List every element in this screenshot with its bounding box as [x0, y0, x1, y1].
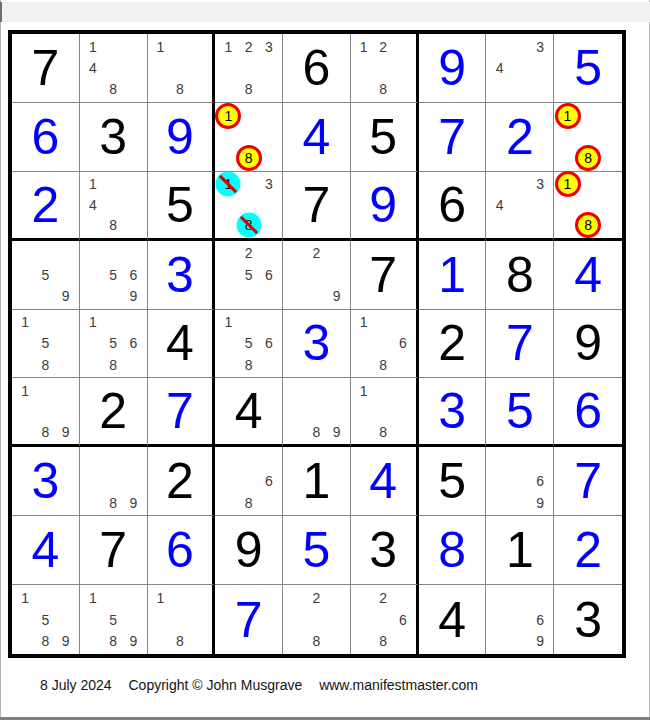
candidate-1-eliminated: 1 [225, 177, 233, 191]
cell-r9c6[interactable]: 268 [351, 585, 419, 654]
candidate-6: 6 [536, 474, 544, 488]
candidate-slot-3 [123, 449, 143, 470]
solved-digit: 7 [506, 318, 534, 368]
candidate-8-highlighted: 8 [245, 151, 253, 165]
footer-date: 8 July 2024 [40, 677, 112, 693]
candidate-slot-7 [83, 630, 103, 652]
candidate-slot-5 [239, 471, 259, 492]
candidate-slot-7 [15, 354, 35, 375]
candidate-slot-3 [56, 243, 76, 264]
candidate-slot-3 [123, 174, 143, 195]
candidate-slot-8: 8 [239, 79, 259, 100]
solved-digit: 6 [31, 112, 59, 162]
candidate-slot-1 [218, 243, 238, 264]
cell-r6c3[interactable]: 7 [148, 378, 216, 447]
candidate-slot-4 [218, 333, 238, 354]
candidate-slot-3 [393, 380, 413, 401]
candidate-slot-3 [327, 243, 347, 264]
candidate-slot-2 [510, 174, 530, 195]
candidate-slot-2 [373, 380, 393, 401]
candidate-8: 8 [41, 425, 49, 439]
cell-r4c7[interactable]: 1 [419, 241, 487, 310]
cell-r2c6[interactable]: 5 [351, 103, 419, 172]
candidate-slot-8: 8 [103, 215, 123, 236]
candidate-5: 5 [109, 336, 117, 350]
cell-r3c7[interactable]: 6 [419, 172, 487, 241]
candidate-slot-3 [393, 312, 413, 333]
solved-digit: 7 [235, 595, 263, 645]
given-digit: 9 [574, 318, 602, 368]
candidate-slot-9 [327, 630, 347, 652]
cell-r9c8[interactable]: 69 [486, 585, 554, 654]
candidate-slot-7 [489, 492, 509, 513]
candidate-slot-2 [35, 587, 55, 609]
cell-r3c5[interactable]: 7 [283, 172, 351, 241]
candidate-1-highlighted: 1 [564, 177, 572, 191]
candidate-slot-9: 9 [123, 285, 143, 306]
cell-r1c4[interactable]: 1238 [215, 34, 283, 103]
candidate-slot-6: 6 [259, 264, 279, 285]
cell-r8c3[interactable]: 6 [148, 516, 216, 585]
cell-r7c3[interactable]: 2 [148, 447, 216, 516]
candidate-slot-7 [83, 215, 103, 236]
candidate-slot-5 [373, 609, 393, 631]
cell-r3c1[interactable]: 2 [12, 172, 80, 241]
cell-r6c9[interactable]: 6 [554, 378, 622, 447]
candidate-slot-9 [393, 422, 413, 443]
cell-r2c1[interactable]: 6 [12, 103, 80, 172]
candidate-slot-9 [259, 79, 279, 100]
cell-r6c8[interactable]: 5 [486, 378, 554, 447]
solved-digit: 7 [438, 112, 466, 162]
cell-r5c5[interactable]: 3 [283, 310, 351, 379]
cell-r7c5[interactable]: 1 [283, 447, 351, 516]
candidate-slot-6 [530, 57, 550, 78]
candidate-slot-1: 1 [83, 36, 103, 57]
candidate-5: 5 [109, 268, 117, 282]
candidate-slot-6 [393, 57, 413, 78]
footer: 8 July 2024 Copyright © John Musgrave ww… [40, 677, 491, 693]
candidate-grid: 138 [218, 174, 279, 236]
candidate-slot-8: 8 [578, 215, 599, 236]
cell-r6c6[interactable]: 18 [351, 378, 419, 447]
solved-digit: 4 [303, 112, 331, 162]
given-digit: 5 [438, 456, 466, 506]
cell-r2c7[interactable]: 7 [419, 103, 487, 172]
candidate-slot-5 [103, 471, 123, 492]
candidate-slot-9 [259, 215, 279, 236]
cell-r1c7[interactable]: 9 [419, 34, 487, 103]
cell-r7c4[interactable]: 68 [215, 447, 283, 516]
candidate-slot-2 [239, 312, 259, 333]
candidate-slot-4 [354, 609, 374, 631]
cell-r1c9[interactable]: 5 [554, 34, 622, 103]
cell-r2c8[interactable]: 2 [486, 103, 554, 172]
candidate-slot-7 [354, 630, 374, 652]
candidate-slot-5 [373, 57, 393, 78]
candidate-slot-7 [286, 630, 306, 652]
candidate-slot-5 [510, 57, 530, 78]
candidate-1: 1 [156, 40, 164, 54]
candidate-slot-3 [190, 587, 210, 609]
candidate-slot-9 [259, 285, 279, 306]
cell-r8c2[interactable]: 7 [80, 516, 148, 585]
cell-r9c2[interactable]: 1589 [80, 585, 148, 654]
candidate-slot-5 [35, 401, 55, 422]
candidate-grid: 89 [286, 380, 347, 442]
candidate-slot-2: 2 [306, 243, 326, 264]
candidate-6: 6 [130, 336, 138, 350]
given-digit: 7 [369, 250, 397, 300]
candidate-slot-8: 8 [239, 147, 259, 168]
candidate-slot-1 [286, 380, 306, 401]
solved-digit: 4 [369, 456, 397, 506]
footer-url: www.manifestmaster.com [319, 677, 478, 693]
candidate-9: 9 [130, 496, 138, 510]
candidate-slot-3: 3 [530, 174, 550, 195]
candidate-slot-8: 8 [170, 630, 190, 652]
candidate-slot-2 [103, 243, 123, 264]
given-digit: 7 [303, 180, 331, 230]
solved-digit: 1 [438, 250, 466, 300]
candidate-5: 5 [245, 268, 253, 282]
cell-r7c6[interactable]: 4 [351, 447, 419, 516]
candidate-slot-2 [103, 587, 123, 609]
candidate-slot-8: 8 [35, 422, 55, 443]
candidate-5: 5 [41, 336, 49, 350]
candidate-9: 9 [130, 289, 138, 303]
candidate-4: 4 [89, 61, 97, 75]
cell-r4c8[interactable]: 8 [486, 241, 554, 310]
cell-r3c9[interactable]: 18 [554, 172, 622, 241]
window-top-bar-left-edge [0, 2, 2, 22]
candidate-slot-4 [83, 264, 103, 285]
candidate-slot-5 [103, 57, 123, 78]
cell-r3c6[interactable]: 9 [351, 172, 419, 241]
candidate-slot-8: 8 [373, 422, 393, 443]
cell-r5c8[interactable]: 7 [486, 310, 554, 379]
cell-r2c5[interactable]: 4 [283, 103, 351, 172]
candidate-5: 5 [41, 268, 49, 282]
cell-r1c1[interactable]: 7 [12, 34, 80, 103]
candidate-slot-9 [393, 354, 413, 375]
solved-digit: 9 [166, 112, 194, 162]
candidate-slot-1 [15, 243, 35, 264]
candidate-1-highlighted: 1 [225, 109, 233, 123]
candidate-grid: 256 [218, 243, 279, 307]
candidate-slot-3 [327, 587, 347, 609]
cell-r9c4[interactable]: 7 [215, 585, 283, 654]
cell-r5c9[interactable]: 9 [554, 310, 622, 379]
candidate-slot-1 [489, 587, 509, 609]
given-digit: 4 [235, 386, 263, 436]
candidate-slot-3 [327, 380, 347, 401]
candidate-slot-6: 6 [123, 264, 143, 285]
candidate-slot-6: 6 [530, 609, 550, 631]
candidate-slot-3 [259, 312, 279, 333]
candidate-slot-6 [259, 57, 279, 78]
candidate-slot-5 [510, 609, 530, 631]
cell-r3c4[interactable]: 138 [215, 172, 283, 241]
cell-r4c6[interactable]: 7 [351, 241, 419, 310]
candidate-slot-3 [598, 174, 619, 195]
candidate-5: 5 [245, 336, 253, 350]
candidate-slot-2 [578, 174, 599, 195]
candidate-slot-6 [56, 401, 76, 422]
candidate-slot-7 [218, 354, 238, 375]
candidate-slot-7 [151, 630, 171, 652]
candidate-slot-8: 8 [239, 492, 259, 513]
candidate-slot-3 [123, 587, 143, 609]
candidate-slot-7 [354, 422, 374, 443]
candidate-slot-6 [123, 609, 143, 631]
cell-r8c1[interactable]: 4 [12, 516, 80, 585]
candidate-8: 8 [109, 358, 117, 372]
candidate-slot-4 [83, 609, 103, 631]
cell-r9c3[interactable]: 18 [148, 585, 216, 654]
candidate-slot-1: 1 [151, 587, 171, 609]
candidate-grid: 18 [557, 174, 619, 236]
candidate-slot-5 [373, 333, 393, 354]
cell-r4c2[interactable]: 569 [80, 241, 148, 310]
candidate-slot-6 [327, 264, 347, 285]
given-digit: 3 [574, 595, 602, 645]
given-digit: 4 [438, 595, 466, 645]
cell-r8c4[interactable]: 9 [215, 516, 283, 585]
candidate-1: 1 [360, 315, 368, 329]
candidate-slot-5: 5 [103, 609, 123, 631]
cell-r1c6[interactable]: 128 [351, 34, 419, 103]
given-digit: 5 [166, 180, 194, 230]
cell-r4c4[interactable]: 256 [215, 241, 283, 310]
candidate-slot-7 [218, 492, 238, 513]
candidate-slot-9: 9 [530, 630, 550, 652]
candidate-slot-5: 5 [35, 333, 55, 354]
cell-r8c9[interactable]: 2 [554, 516, 622, 585]
candidate-slot-2 [103, 36, 123, 57]
candidate-grid: 189 [15, 380, 76, 442]
candidate-8: 8 [379, 425, 387, 439]
cell-r3c8[interactable]: 34 [486, 172, 554, 241]
candidate-slot-9: 9 [56, 285, 76, 306]
cell-r4c3[interactable]: 3 [148, 241, 216, 310]
cell-r5c2[interactable]: 1568 [80, 310, 148, 379]
candidate-slot-1: 1 [218, 105, 238, 126]
cell-r6c1[interactable]: 189 [12, 378, 80, 447]
candidate-6: 6 [536, 613, 544, 627]
candidate-slot-7 [151, 79, 171, 100]
cell-r4c5[interactable]: 29 [283, 241, 351, 310]
cell-r7c8[interactable]: 69 [486, 447, 554, 516]
candidate-slot-2 [239, 174, 259, 195]
candidate-slot-6 [327, 609, 347, 631]
window-top-bar [0, 2, 650, 22]
given-digit: 1 [303, 456, 331, 506]
candidate-8: 8 [379, 82, 387, 96]
solved-digit: 4 [574, 250, 602, 300]
cell-r6c4[interactable]: 4 [215, 378, 283, 447]
cell-r5c1[interactable]: 158 [12, 310, 80, 379]
cell-r9c9[interactable]: 3 [554, 585, 622, 654]
cell-r5c6[interactable]: 168 [351, 310, 419, 379]
candidate-8: 8 [41, 634, 49, 648]
candidate-5: 5 [41, 613, 49, 627]
candidate-grid: 1589 [15, 587, 76, 652]
candidate-8: 8 [41, 358, 49, 372]
candidate-slot-6 [56, 333, 76, 354]
cell-r7c7[interactable]: 5 [419, 447, 487, 516]
candidate-slot-6 [598, 194, 619, 215]
cell-r6c5[interactable]: 89 [283, 378, 351, 447]
cell-r1c2[interactable]: 148 [80, 34, 148, 103]
candidate-8: 8 [245, 82, 253, 96]
cell-r6c2[interactable]: 2 [80, 378, 148, 447]
solved-digit: 9 [369, 180, 397, 230]
candidate-slot-9 [56, 354, 76, 375]
candidate-grid: 34 [489, 36, 550, 100]
candidate-slot-4 [557, 194, 578, 215]
cell-r4c9[interactable]: 4 [554, 241, 622, 310]
cell-r3c3[interactable]: 5 [148, 172, 216, 241]
candidate-slot-7 [15, 285, 35, 306]
cell-r9c1[interactable]: 1589 [12, 585, 80, 654]
given-digit: 1 [506, 525, 534, 575]
candidate-slot-4 [15, 264, 35, 285]
candidate-8: 8 [313, 634, 321, 648]
given-digit: 9 [235, 525, 263, 575]
candidate-slot-2 [306, 380, 326, 401]
given-digit: 2 [166, 456, 194, 506]
cell-r2c3[interactable]: 9 [148, 103, 216, 172]
candidate-slot-8 [510, 215, 530, 236]
candidate-slot-9: 9 [327, 422, 347, 443]
candidate-4: 4 [496, 61, 504, 75]
candidate-slot-1: 1 [15, 587, 35, 609]
candidate-slot-9 [393, 79, 413, 100]
candidate-slot-9 [598, 147, 619, 168]
cell-r8c5[interactable]: 5 [283, 516, 351, 585]
candidate-slot-7 [489, 215, 509, 236]
cell-r2c9[interactable]: 18 [554, 103, 622, 172]
candidate-1: 1 [21, 315, 29, 329]
candidate-slot-4: 4 [489, 57, 509, 78]
cell-r2c2[interactable]: 3 [80, 103, 148, 172]
candidate-slot-8 [510, 492, 530, 513]
cell-r8c7[interactable]: 8 [419, 516, 487, 585]
candidate-slot-6 [56, 264, 76, 285]
candidate-slot-6: 6 [393, 333, 413, 354]
solved-digit: 2 [506, 112, 534, 162]
candidate-slot-9 [123, 215, 143, 236]
given-digit: 3 [99, 112, 127, 162]
cell-r1c3[interactable]: 18 [148, 34, 216, 103]
candidate-slot-7 [83, 354, 103, 375]
candidate-slot-5 [306, 609, 326, 631]
given-digit: 2 [99, 386, 127, 436]
candidate-slot-1: 1 [151, 36, 171, 57]
candidate-slot-2 [510, 587, 530, 609]
candidate-slot-5: 5 [239, 264, 259, 285]
candidate-slot-9 [190, 630, 210, 652]
candidate-slot-6 [393, 401, 413, 422]
candidate-slot-2 [35, 243, 55, 264]
candidate-slot-2 [239, 105, 259, 126]
cell-r3c2[interactable]: 148 [80, 172, 148, 241]
cell-r6c7[interactable]: 3 [419, 378, 487, 447]
solved-digit: 5 [506, 386, 534, 436]
cell-r9c7[interactable]: 4 [419, 585, 487, 654]
candidate-slot-6 [598, 126, 619, 147]
given-digit: 6 [438, 180, 466, 230]
candidate-slot-5 [170, 57, 190, 78]
candidate-slot-4 [218, 471, 238, 492]
candidate-slot-4 [489, 471, 509, 492]
cell-r5c3[interactable]: 4 [148, 310, 216, 379]
cell-r1c5[interactable]: 6 [283, 34, 351, 103]
cell-r1c8[interactable]: 34 [486, 34, 554, 103]
candidate-slot-5: 5 [103, 264, 123, 285]
candidate-slot-2 [239, 449, 259, 470]
candidate-grid: 1589 [83, 587, 144, 652]
candidate-4: 4 [89, 198, 97, 212]
candidate-slot-5 [306, 264, 326, 285]
cell-r5c4[interactable]: 1568 [215, 310, 283, 379]
candidate-8: 8 [313, 425, 321, 439]
candidate-slot-5 [510, 194, 530, 215]
solved-digit: 7 [574, 456, 602, 506]
cell-r8c8[interactable]: 1 [486, 516, 554, 585]
cell-r2c4[interactable]: 18 [215, 103, 283, 172]
cell-r7c1[interactable]: 3 [12, 447, 80, 516]
candidate-slot-4 [15, 333, 35, 354]
solved-digit: 3 [438, 386, 466, 436]
candidate-8: 8 [176, 82, 184, 96]
candidate-9: 9 [62, 634, 70, 648]
candidate-slot-1 [489, 449, 509, 470]
candidate-slot-2: 2 [306, 587, 326, 609]
candidate-slot-8: 8 [103, 79, 123, 100]
candidate-slot-6 [327, 401, 347, 422]
candidate-slot-2 [578, 105, 599, 126]
candidate-slot-8: 8 [103, 492, 123, 513]
cell-r5c7[interactable]: 2 [419, 310, 487, 379]
cell-r9c5[interactable]: 28 [283, 585, 351, 654]
candidate-9: 9 [130, 634, 138, 648]
cell-r7c2[interactable]: 89 [80, 447, 148, 516]
candidate-slot-7 [218, 79, 238, 100]
cell-r7c9[interactable]: 7 [554, 447, 622, 516]
candidate-slot-5: 5 [239, 333, 259, 354]
candidate-slot-2: 2 [373, 36, 393, 57]
candidate-grid: 18 [218, 105, 279, 169]
candidate-slot-4 [83, 471, 103, 492]
candidate-3: 3 [536, 40, 544, 54]
candidate-3: 3 [265, 40, 273, 54]
candidate-slot-3: 3 [259, 174, 279, 195]
candidate-slot-3 [259, 243, 279, 264]
candidate-8: 8 [245, 358, 253, 372]
candidate-slot-1: 1 [83, 587, 103, 609]
cell-r8c6[interactable]: 3 [351, 516, 419, 585]
candidate-slot-8: 8 [35, 354, 55, 375]
given-digit: 6 [303, 43, 331, 93]
candidate-1: 1 [360, 384, 368, 398]
candidate-slot-1: 1 [218, 36, 238, 57]
candidate-slot-5: 5 [35, 609, 55, 631]
cell-r4c1[interactable]: 59 [12, 241, 80, 310]
candidate-slot-1: 1 [354, 312, 374, 333]
candidate-slot-1: 1 [354, 380, 374, 401]
